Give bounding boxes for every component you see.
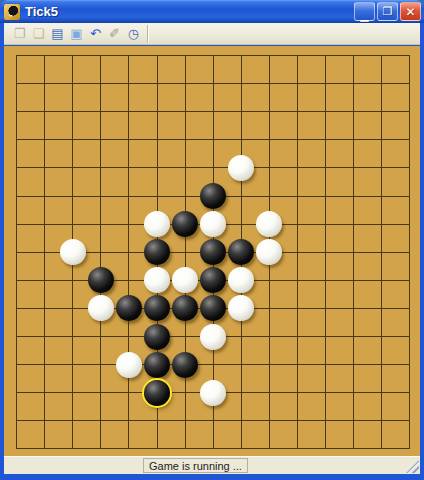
status-panel: Game is running ... [143, 458, 248, 473]
grid-hline [16, 364, 410, 365]
black-stone-last-move [144, 380, 170, 406]
maximize-button[interactable]: ❐ [377, 2, 398, 21]
open-icon[interactable]: ❏ [29, 25, 48, 43]
grid-hline [16, 448, 410, 449]
title-bar[interactable]: Tick5 ▁❐✕ [0, 0, 424, 23]
black-stone [144, 295, 170, 321]
black-stone [144, 352, 170, 378]
black-stone [200, 239, 226, 265]
black-stone [144, 239, 170, 265]
status-text: Game is running ... [149, 460, 242, 472]
app-icon [4, 4, 20, 20]
settings-wrench-icon[interactable]: ✐ [105, 25, 124, 43]
white-stone [172, 267, 198, 293]
white-stone [256, 239, 282, 265]
board-lines [16, 55, 411, 450]
black-stone [172, 295, 198, 321]
white-stone [256, 211, 282, 237]
status-bar: Game is running ... [4, 456, 420, 474]
white-stone [144, 211, 170, 237]
grid-vline [353, 55, 354, 449]
black-stone [200, 295, 226, 321]
white-stone [60, 239, 86, 265]
grid-hline [16, 420, 410, 421]
window-title: Tick5 [25, 4, 354, 19]
new-game-icon[interactable]: ❐ [10, 25, 29, 43]
black-stone [116, 295, 142, 321]
window-controls: ▁❐✕ [354, 2, 421, 21]
maximize-icon: ❐ [383, 6, 393, 17]
white-stone [200, 211, 226, 237]
minimize-button[interactable]: ▁ [354, 2, 375, 21]
white-stone [88, 295, 114, 321]
white-stone [200, 380, 226, 406]
app-window: Tick5 ▁❐✕ ❐❏▤▣↶✐◷ Game is running ... [0, 0, 424, 480]
toolbar-divider [147, 25, 149, 43]
resize-grip[interactable] [406, 460, 419, 473]
black-stone [200, 267, 226, 293]
help-about-icon[interactable]: ◷ [124, 25, 143, 43]
grid-vline [381, 55, 382, 449]
black-stone [172, 352, 198, 378]
white-stone [228, 267, 254, 293]
white-stone [144, 267, 170, 293]
black-stone [200, 183, 226, 209]
white-stone [228, 295, 254, 321]
toolbar: ❐❏▤▣↶✐◷ [4, 23, 420, 45]
grid-vline [409, 55, 410, 449]
black-stone [228, 239, 254, 265]
close-button[interactable]: ✕ [400, 2, 421, 21]
board-window-icon[interactable]: ▣ [67, 25, 86, 43]
undo-icon[interactable]: ↶ [86, 25, 105, 43]
save-icon[interactable]: ▤ [48, 25, 67, 43]
grid-vline [325, 55, 326, 449]
minimize-icon: ▁ [360, 10, 368, 21]
black-stone [144, 324, 170, 350]
close-icon: ✕ [405, 6, 415, 18]
black-stone [172, 211, 198, 237]
black-stone [88, 267, 114, 293]
white-stone [228, 155, 254, 181]
gomoku-board[interactable] [4, 46, 420, 456]
white-stone [116, 352, 142, 378]
white-stone [200, 324, 226, 350]
grid-vline [297, 55, 298, 449]
